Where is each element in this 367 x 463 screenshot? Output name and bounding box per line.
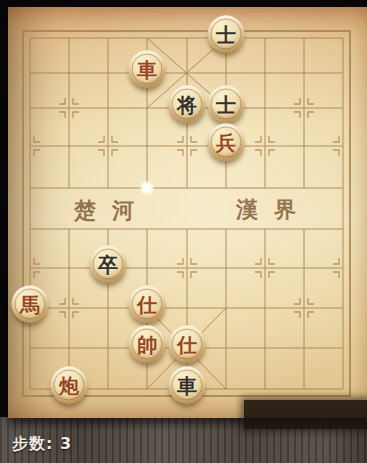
- xiangqi-app: 楚河 漢界 士車将士兵卒馬仕帥仕炮車 步数: 3: [0, 0, 367, 463]
- piece-glyph: 将: [177, 94, 197, 114]
- piece-glyph: 士: [216, 24, 236, 44]
- piece-glyph: 士: [216, 94, 236, 114]
- piece-red-advisor[interactable]: 仕: [169, 326, 206, 363]
- piece-glyph: 卒: [98, 254, 118, 274]
- pieces-layer: 士車将士兵卒馬仕帥仕炮車: [0, 0, 367, 463]
- status-bar: 步数: 3: [12, 434, 72, 455]
- piece-red-horse[interactable]: 馬: [12, 286, 49, 323]
- piece-red-chariot[interactable]: 車: [129, 51, 166, 88]
- piece-red-advisor[interactable]: 仕: [129, 286, 166, 323]
- piece-red-general[interactable]: 帥: [129, 326, 166, 363]
- piece-black-general[interactable]: 将: [169, 86, 206, 123]
- piece-glyph: 馬: [20, 294, 40, 314]
- piece-glyph: 帥: [137, 334, 157, 354]
- piece-glyph: 仕: [137, 294, 157, 314]
- move-count-label: 步数: 3: [12, 434, 72, 453]
- piece-red-cannon[interactable]: 炮: [51, 367, 88, 404]
- piece-glyph: 仕: [177, 334, 197, 354]
- piece-black-advisor[interactable]: 士: [208, 86, 245, 123]
- piece-glyph: 車: [137, 59, 157, 79]
- piece-glyph: 車: [177, 375, 197, 395]
- piece-glyph: 炮: [59, 375, 79, 395]
- piece-black-advisor[interactable]: 士: [208, 16, 245, 53]
- piece-black-chariot[interactable]: 車: [169, 367, 206, 404]
- piece-red-soldier[interactable]: 兵: [208, 124, 245, 161]
- piece-black-soldier[interactable]: 卒: [90, 246, 127, 283]
- watermark-cover: [244, 400, 367, 429]
- piece-glyph: 兵: [216, 132, 236, 152]
